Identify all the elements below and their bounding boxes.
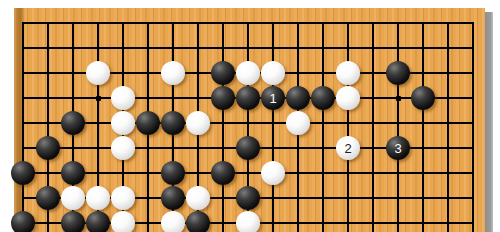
black-stone[interactable] — [136, 111, 160, 135]
move-stone-1[interactable]: 1 — [261, 86, 285, 110]
move-stone-2[interactable]: 2 — [336, 136, 360, 160]
white-stone[interactable] — [86, 61, 110, 85]
black-stone[interactable] — [86, 211, 110, 232]
move-number-label: 2 — [344, 142, 351, 155]
black-stone[interactable] — [36, 136, 60, 160]
white-stone[interactable] — [236, 61, 260, 85]
grid-line-vertical — [22, 22, 24, 232]
black-stone[interactable] — [161, 111, 185, 135]
white-stone[interactable] — [336, 61, 360, 85]
hoshi-star-point — [396, 96, 401, 101]
black-stone[interactable] — [186, 211, 210, 232]
go-diagram-page: 123 — [0, 0, 500, 232]
grid-line-vertical — [347, 22, 349, 232]
grid-line-vertical — [372, 22, 374, 232]
black-stone[interactable] — [386, 61, 410, 85]
grid-line-vertical — [422, 22, 424, 232]
white-stone[interactable] — [261, 161, 285, 185]
white-stone[interactable] — [111, 111, 135, 135]
grid-line-vertical — [272, 22, 274, 232]
grid-line-vertical — [222, 22, 224, 232]
white-stone[interactable] — [111, 136, 135, 160]
grid-line-horizontal — [22, 122, 474, 124]
move-number-label: 3 — [394, 142, 401, 155]
black-stone[interactable] — [236, 186, 260, 210]
move-number-label: 1 — [269, 92, 276, 105]
black-stone[interactable] — [61, 211, 85, 232]
white-stone[interactable] — [111, 186, 135, 210]
white-stone[interactable] — [161, 61, 185, 85]
white-stone[interactable] — [236, 211, 260, 232]
grid-line-vertical — [322, 22, 324, 232]
black-stone[interactable] — [11, 211, 35, 232]
white-stone[interactable] — [336, 86, 360, 110]
black-stone[interactable] — [161, 161, 185, 185]
white-stone[interactable] — [111, 86, 135, 110]
grid-line-vertical — [472, 22, 474, 232]
white-stone[interactable] — [61, 186, 85, 210]
grid-line-horizontal — [22, 22, 474, 24]
black-stone[interactable] — [211, 61, 235, 85]
board-drop-shadow — [485, 12, 493, 232]
black-stone[interactable] — [286, 86, 310, 110]
grid-line-vertical — [397, 22, 399, 232]
black-stone[interactable] — [211, 161, 235, 185]
black-stone[interactable] — [36, 186, 60, 210]
go-board[interactable]: 123 — [14, 8, 485, 232]
grid-line-horizontal — [22, 47, 474, 49]
grid-line-vertical — [447, 22, 449, 232]
black-stone[interactable] — [236, 136, 260, 160]
black-stone[interactable] — [236, 86, 260, 110]
black-stone[interactable] — [411, 86, 435, 110]
white-stone[interactable] — [86, 186, 110, 210]
black-stone[interactable] — [311, 86, 335, 110]
white-stone[interactable] — [286, 111, 310, 135]
black-stone[interactable] — [11, 161, 35, 185]
black-stone[interactable] — [61, 111, 85, 135]
white-stone[interactable] — [186, 111, 210, 135]
hoshi-star-point — [96, 96, 101, 101]
black-stone[interactable] — [161, 186, 185, 210]
white-stone[interactable] — [161, 211, 185, 232]
black-stone[interactable] — [61, 161, 85, 185]
white-stone[interactable] — [261, 61, 285, 85]
white-stone[interactable] — [111, 211, 135, 232]
black-stone[interactable] — [211, 86, 235, 110]
move-stone-3[interactable]: 3 — [386, 136, 410, 160]
white-stone[interactable] — [186, 186, 210, 210]
grid-line-horizontal — [22, 172, 474, 174]
